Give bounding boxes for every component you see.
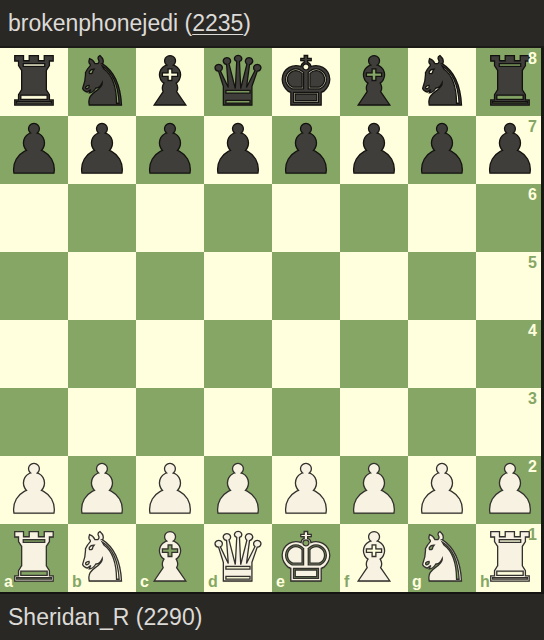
piece-black-pawn[interactable]: ♟ bbox=[208, 116, 269, 184]
square-d2[interactable]: ♟ bbox=[204, 456, 272, 524]
top-player-rating: 2235 bbox=[192, 10, 243, 37]
piece-white-rook[interactable]: ♜ bbox=[480, 524, 541, 592]
square-g5[interactable] bbox=[408, 252, 476, 320]
piece-white-king[interactable]: ♚ bbox=[276, 524, 337, 592]
piece-black-knight[interactable]: ♞ bbox=[412, 48, 473, 116]
square-c4[interactable] bbox=[136, 320, 204, 388]
square-h4[interactable]: 4 bbox=[476, 320, 544, 388]
square-h5[interactable]: 5 bbox=[476, 252, 544, 320]
piece-black-knight[interactable]: ♞ bbox=[72, 48, 133, 116]
close-paren: ) bbox=[195, 604, 203, 631]
square-h6[interactable]: 6 bbox=[476, 184, 544, 252]
chess-board[interactable]: ♜♞♝♛♚♝♞♜8♟♟♟♟♟♟♟♟76543♟♟♟♟♟♟♟♟2♜a♞b♝c♛d♚… bbox=[0, 48, 544, 592]
square-f2[interactable]: ♟ bbox=[340, 456, 408, 524]
square-d1[interactable]: ♛d bbox=[204, 524, 272, 592]
piece-white-pawn[interactable]: ♟ bbox=[4, 456, 65, 524]
square-g6[interactable] bbox=[408, 184, 476, 252]
square-e5[interactable] bbox=[272, 252, 340, 320]
square-e2[interactable]: ♟ bbox=[272, 456, 340, 524]
square-h8[interactable]: ♜8 bbox=[476, 48, 544, 116]
square-b3[interactable] bbox=[68, 388, 136, 456]
square-h1[interactable]: ♜1h bbox=[476, 524, 544, 592]
top-player-bar: brokenphonejedi (2235) bbox=[0, 0, 544, 48]
rank-label-4: 4 bbox=[528, 323, 537, 339]
bottom-player-name: Sheridan_R bbox=[8, 604, 129, 631]
piece-white-bishop[interactable]: ♝ bbox=[140, 524, 201, 592]
square-b7[interactable]: ♟ bbox=[68, 116, 136, 184]
square-h2[interactable]: ♟2 bbox=[476, 456, 544, 524]
square-a3[interactable] bbox=[0, 388, 68, 456]
square-c2[interactable]: ♟ bbox=[136, 456, 204, 524]
square-c7[interactable]: ♟ bbox=[136, 116, 204, 184]
close-paren: ) bbox=[243, 10, 251, 37]
piece-white-bishop[interactable]: ♝ bbox=[344, 524, 405, 592]
square-e4[interactable] bbox=[272, 320, 340, 388]
open-paren: ( bbox=[178, 10, 192, 37]
piece-black-pawn[interactable]: ♟ bbox=[344, 116, 405, 184]
square-g7[interactable]: ♟ bbox=[408, 116, 476, 184]
square-c5[interactable] bbox=[136, 252, 204, 320]
piece-black-pawn[interactable]: ♟ bbox=[4, 116, 65, 184]
rank-label-3: 3 bbox=[528, 391, 537, 407]
square-a1[interactable]: ♜a bbox=[0, 524, 68, 592]
square-a6[interactable] bbox=[0, 184, 68, 252]
square-f7[interactable]: ♟ bbox=[340, 116, 408, 184]
piece-black-pawn[interactable]: ♟ bbox=[412, 116, 473, 184]
square-f1[interactable]: ♝f bbox=[340, 524, 408, 592]
open-paren: ( bbox=[129, 604, 143, 631]
square-f8[interactable]: ♝ bbox=[340, 48, 408, 116]
game-window: brokenphonejedi (2235) ♜♞♝♛♚♝♞♜8♟♟♟♟♟♟♟♟… bbox=[0, 0, 544, 640]
bottom-player-rating: 2290 bbox=[144, 604, 195, 631]
rank-label-5: 5 bbox=[528, 255, 537, 271]
piece-black-pawn[interactable]: ♟ bbox=[140, 116, 201, 184]
square-c6[interactable] bbox=[136, 184, 204, 252]
piece-black-bishop[interactable]: ♝ bbox=[140, 48, 201, 116]
square-d6[interactable] bbox=[204, 184, 272, 252]
square-g2[interactable]: ♟ bbox=[408, 456, 476, 524]
piece-black-pawn[interactable]: ♟ bbox=[72, 116, 133, 184]
square-d5[interactable] bbox=[204, 252, 272, 320]
piece-white-pawn[interactable]: ♟ bbox=[208, 456, 269, 524]
bottom-player-bar: Sheridan_R (2290) bbox=[0, 592, 544, 640]
square-f5[interactable] bbox=[340, 252, 408, 320]
square-f6[interactable] bbox=[340, 184, 408, 252]
piece-white-pawn[interactable]: ♟ bbox=[344, 456, 405, 524]
square-e7[interactable]: ♟ bbox=[272, 116, 340, 184]
square-a2[interactable]: ♟ bbox=[0, 456, 68, 524]
square-f4[interactable] bbox=[340, 320, 408, 388]
square-e6[interactable] bbox=[272, 184, 340, 252]
square-c8[interactable]: ♝ bbox=[136, 48, 204, 116]
square-h7[interactable]: ♟7 bbox=[476, 116, 544, 184]
piece-white-rook[interactable]: ♜ bbox=[4, 524, 65, 592]
piece-black-king[interactable]: ♚ bbox=[276, 48, 337, 116]
square-f3[interactable] bbox=[340, 388, 408, 456]
square-d8[interactable]: ♛ bbox=[204, 48, 272, 116]
piece-black-rook[interactable]: ♜ bbox=[4, 48, 65, 116]
piece-white-pawn[interactable]: ♟ bbox=[412, 456, 473, 524]
square-b2[interactable]: ♟ bbox=[68, 456, 136, 524]
piece-black-bishop[interactable]: ♝ bbox=[344, 48, 405, 116]
square-g8[interactable]: ♞ bbox=[408, 48, 476, 116]
piece-white-pawn[interactable]: ♟ bbox=[480, 456, 541, 524]
square-e3[interactable] bbox=[272, 388, 340, 456]
square-b8[interactable]: ♞ bbox=[68, 48, 136, 116]
square-a7[interactable]: ♟ bbox=[0, 116, 68, 184]
square-a5[interactable] bbox=[0, 252, 68, 320]
piece-white-knight[interactable]: ♞ bbox=[412, 524, 473, 592]
square-a8[interactable]: ♜ bbox=[0, 48, 68, 116]
square-c3[interactable] bbox=[136, 388, 204, 456]
piece-black-pawn[interactable]: ♟ bbox=[276, 116, 337, 184]
square-h3[interactable]: 3 bbox=[476, 388, 544, 456]
square-e1[interactable]: ♚e bbox=[272, 524, 340, 592]
piece-black-rook[interactable]: ♜ bbox=[480, 48, 541, 116]
square-a4[interactable] bbox=[0, 320, 68, 388]
rank-label-6: 6 bbox=[528, 187, 537, 203]
piece-white-knight[interactable]: ♞ bbox=[72, 524, 133, 592]
square-e8[interactable]: ♚ bbox=[272, 48, 340, 116]
square-b6[interactable] bbox=[68, 184, 136, 252]
square-b1[interactable]: ♞b bbox=[68, 524, 136, 592]
top-player-name: brokenphonejedi bbox=[8, 10, 178, 37]
piece-black-queen[interactable]: ♛ bbox=[208, 48, 269, 116]
square-b4[interactable] bbox=[68, 320, 136, 388]
square-g1[interactable]: ♞g bbox=[408, 524, 476, 592]
piece-black-pawn[interactable]: ♟ bbox=[480, 116, 541, 184]
piece-white-pawn[interactable]: ♟ bbox=[276, 456, 337, 524]
square-b5[interactable] bbox=[68, 252, 136, 320]
piece-white-queen[interactable]: ♛ bbox=[208, 524, 269, 592]
square-g3[interactable] bbox=[408, 388, 476, 456]
square-d4[interactable] bbox=[204, 320, 272, 388]
square-d3[interactable] bbox=[204, 388, 272, 456]
piece-white-pawn[interactable]: ♟ bbox=[140, 456, 201, 524]
square-c1[interactable]: ♝c bbox=[136, 524, 204, 592]
square-d7[interactable]: ♟ bbox=[204, 116, 272, 184]
piece-white-pawn[interactable]: ♟ bbox=[72, 456, 133, 524]
square-g4[interactable] bbox=[408, 320, 476, 388]
